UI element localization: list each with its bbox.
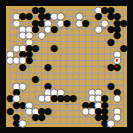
board-surface[interactable]: ●●●●●●●●●●●●●●●●●●●●●●●●●●●●●●●●●●●●●●●●… [6, 6, 127, 127]
go-board[interactable]: ●●●●●●●●●●●●●●●●●●●●●●●●●●●●●●●●●●●●●●●●… [0, 0, 133, 133]
board-grid [6, 6, 127, 127]
